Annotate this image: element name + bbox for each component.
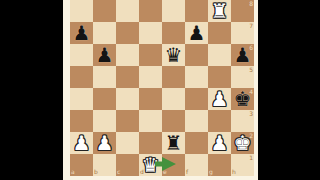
square-g4[interactable]: ♟ <box>208 88 231 110</box>
file-label-f: f <box>186 169 188 175</box>
piece-white-pawn[interactable]: ♟ <box>208 88 231 110</box>
square-f1[interactable]: f <box>185 154 208 176</box>
square-d4[interactable] <box>139 88 162 110</box>
piece-black-pawn[interactable]: ♟ <box>93 44 116 66</box>
piece-black-king[interactable]: ♚ <box>231 88 254 110</box>
move-arrow <box>155 156 177 172</box>
piece-black-rook[interactable]: ♜ <box>162 132 185 154</box>
square-e8[interactable] <box>162 0 185 22</box>
square-h4[interactable]: 4♚ <box>231 88 254 110</box>
square-f4[interactable] <box>185 88 208 110</box>
square-d2[interactable] <box>139 132 162 154</box>
rank-label-1: 1 <box>249 155 253 161</box>
square-h7[interactable]: 7 <box>231 22 254 44</box>
square-e3[interactable] <box>162 110 185 132</box>
rank-label-3: 3 <box>249 111 253 117</box>
piece-black-pawn[interactable]: ♟ <box>70 22 93 44</box>
square-c5[interactable] <box>116 66 139 88</box>
square-b6[interactable]: ♟ <box>93 44 116 66</box>
square-a2[interactable]: ♟ <box>70 132 93 154</box>
piece-white-pawn[interactable]: ♟ <box>93 132 116 154</box>
square-b1[interactable]: b <box>93 154 116 176</box>
square-g6[interactable] <box>208 44 231 66</box>
square-c7[interactable] <box>116 22 139 44</box>
square-f6[interactable] <box>185 44 208 66</box>
square-c4[interactable] <box>116 88 139 110</box>
square-g1[interactable]: g <box>208 154 231 176</box>
square-h2[interactable]: 2♚ <box>231 132 254 154</box>
square-e2[interactable]: ♜ <box>162 132 185 154</box>
rank-label-7: 7 <box>249 23 253 29</box>
square-b5[interactable] <box>93 66 116 88</box>
square-c3[interactable] <box>116 110 139 132</box>
square-c6[interactable] <box>116 44 139 66</box>
square-d3[interactable] <box>139 110 162 132</box>
square-d5[interactable] <box>139 66 162 88</box>
piece-white-king[interactable]: ♚ <box>231 132 254 154</box>
square-b7[interactable] <box>93 22 116 44</box>
square-h3[interactable]: 3 <box>231 110 254 132</box>
square-b2[interactable]: ♟ <box>93 132 116 154</box>
square-e4[interactable] <box>162 88 185 110</box>
square-f2[interactable] <box>185 132 208 154</box>
square-f7[interactable]: ♟ <box>185 22 208 44</box>
square-b8[interactable] <box>93 0 116 22</box>
piece-white-pawn[interactable]: ♟ <box>70 132 93 154</box>
square-a3[interactable] <box>70 110 93 132</box>
piece-black-queen[interactable]: ♛ <box>162 44 185 66</box>
square-b4[interactable] <box>93 88 116 110</box>
square-h8[interactable]: 8 <box>231 0 254 22</box>
piece-white-pawn[interactable]: ♟ <box>208 132 231 154</box>
file-label-g: g <box>209 169 213 175</box>
square-a6[interactable] <box>70 44 93 66</box>
file-label-a: a <box>71 169 75 175</box>
square-a7[interactable]: ♟ <box>70 22 93 44</box>
square-c1[interactable]: c <box>116 154 139 176</box>
square-d8[interactable] <box>139 0 162 22</box>
square-a5[interactable] <box>70 66 93 88</box>
piece-black-pawn[interactable]: ♟ <box>185 22 208 44</box>
piece-black-pawn[interactable]: ♟ <box>231 44 254 66</box>
square-a8[interactable] <box>70 0 93 22</box>
page: { "game": "chess", "position": { "fen": … <box>0 0 320 180</box>
square-c2[interactable] <box>116 132 139 154</box>
chess-board: ♜8♟♟7♟♛6♟5♟4♚3♟♟♜♟2♚abcd♛efg1h <box>70 0 254 176</box>
square-g3[interactable] <box>208 110 231 132</box>
piece-white-rook[interactable]: ♜ <box>208 0 231 22</box>
file-label-c: c <box>117 169 120 175</box>
square-d6[interactable] <box>139 44 162 66</box>
square-g7[interactable] <box>208 22 231 44</box>
square-f3[interactable] <box>185 110 208 132</box>
rank-label-5: 5 <box>249 67 253 73</box>
square-e5[interactable] <box>162 66 185 88</box>
square-d7[interactable] <box>139 22 162 44</box>
square-e6[interactable]: ♛ <box>162 44 185 66</box>
square-b3[interactable] <box>93 110 116 132</box>
file-label-b: b <box>94 169 98 175</box>
square-a4[interactable] <box>70 88 93 110</box>
square-h1[interactable]: 1h <box>231 154 254 176</box>
square-f8[interactable] <box>185 0 208 22</box>
square-c8[interactable] <box>116 0 139 22</box>
rank-label-8: 8 <box>249 1 253 7</box>
square-a1[interactable]: a <box>70 154 93 176</box>
square-h5[interactable]: 5 <box>231 66 254 88</box>
square-e7[interactable] <box>162 22 185 44</box>
square-f5[interactable] <box>185 66 208 88</box>
file-label-h: h <box>232 169 236 175</box>
board-panel: ♜8♟♟7♟♛6♟5♟4♚3♟♟♜♟2♚abcd♛efg1h <box>63 0 258 180</box>
square-g5[interactable] <box>208 66 231 88</box>
square-g8[interactable]: ♜ <box>208 0 231 22</box>
square-h6[interactable]: 6♟ <box>231 44 254 66</box>
square-g2[interactable]: ♟ <box>208 132 231 154</box>
